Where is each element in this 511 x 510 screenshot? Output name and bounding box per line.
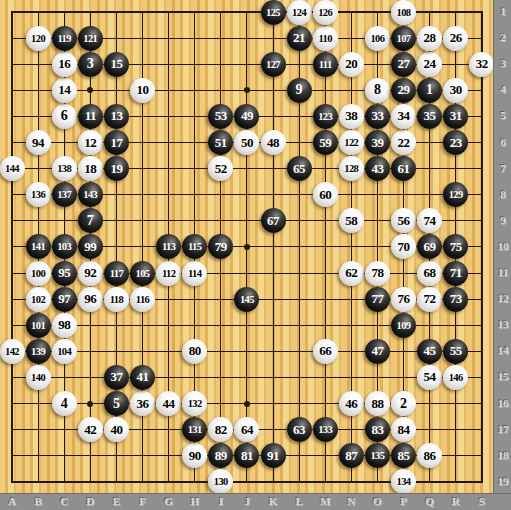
stone-J6: 50 xyxy=(234,130,259,155)
move-number: 46 xyxy=(345,396,357,412)
stone-L4: 9 xyxy=(287,78,312,103)
stone-Q10: 69 xyxy=(417,234,442,259)
move-number: 108 xyxy=(397,7,411,18)
move-number: 68 xyxy=(424,265,436,281)
stone-N9: 58 xyxy=(339,208,364,233)
move-number: 72 xyxy=(424,291,436,307)
stone-P19: 134 xyxy=(391,469,416,494)
move-number: 61 xyxy=(398,161,410,177)
move-number: 74 xyxy=(424,213,436,229)
stone-O17: 83 xyxy=(365,417,390,442)
stone-M1: 126 xyxy=(313,0,338,25)
move-number: 5 xyxy=(113,396,120,412)
col-label-E: E xyxy=(108,495,124,507)
move-number: 23 xyxy=(450,135,462,151)
stone-C10: 103 xyxy=(52,234,77,259)
move-number: 127 xyxy=(266,59,280,70)
move-number: 51 xyxy=(215,135,227,151)
move-number: 87 xyxy=(345,448,357,464)
move-number: 119 xyxy=(58,33,71,44)
move-number: 92 xyxy=(84,265,96,281)
stone-N16: 46 xyxy=(339,391,364,416)
move-number: 64 xyxy=(241,422,253,438)
stone-M2: 110 xyxy=(313,26,338,51)
move-number: 97 xyxy=(58,291,70,307)
board-surface[interactable]: 1234567891011121314151617181920212223242… xyxy=(0,0,493,493)
grid-line xyxy=(481,11,483,483)
column-coordinate-strip: ABCDEFGHIJKLMNOPQRS xyxy=(0,493,511,510)
stone-M14: 66 xyxy=(313,339,338,364)
row-label-4: 4 xyxy=(494,83,511,95)
stone-C12: 97 xyxy=(52,287,77,312)
move-number: 34 xyxy=(398,108,410,124)
stone-O5: 33 xyxy=(365,104,390,129)
stone-N5: 38 xyxy=(339,104,364,129)
move-number: 96 xyxy=(84,291,96,307)
stone-M17: 133 xyxy=(313,417,338,442)
stone-J18: 81 xyxy=(234,443,259,468)
stone-B8: 136 xyxy=(26,182,51,207)
stone-K3: 127 xyxy=(261,52,286,77)
stone-D10: 99 xyxy=(78,234,103,259)
go-kifu-diagram: 1234567891011121314151617181920212223242… xyxy=(0,0,511,510)
col-label-H: H xyxy=(187,495,203,507)
stone-R4: 30 xyxy=(443,78,468,103)
stone-I6: 51 xyxy=(208,130,233,155)
move-number: 21 xyxy=(293,30,305,46)
stone-Q12: 72 xyxy=(417,287,442,312)
move-number: 84 xyxy=(398,422,410,438)
move-number: 63 xyxy=(293,422,305,438)
stone-C11: 95 xyxy=(52,261,77,286)
move-number: 66 xyxy=(319,343,331,359)
stone-N7: 128 xyxy=(339,156,364,181)
stone-B13: 101 xyxy=(26,313,51,338)
stone-N3: 20 xyxy=(339,52,364,77)
stone-D3: 3 xyxy=(78,52,103,77)
move-number: 100 xyxy=(31,268,45,279)
star-point xyxy=(87,401,93,407)
move-number: 7 xyxy=(87,213,94,229)
stone-F15: 41 xyxy=(130,365,155,390)
move-number: 99 xyxy=(84,239,96,255)
col-label-J: J xyxy=(239,495,255,507)
move-number: 17 xyxy=(110,135,122,151)
stone-R14: 55 xyxy=(443,339,468,364)
stone-F11: 105 xyxy=(130,261,155,286)
stone-C5: 6 xyxy=(52,104,77,129)
move-number: 48 xyxy=(267,135,279,151)
stone-P5: 34 xyxy=(391,104,416,129)
move-number: 114 xyxy=(188,268,201,279)
stone-R8: 129 xyxy=(443,182,468,207)
stone-K1: 125 xyxy=(261,0,286,25)
stone-D17: 42 xyxy=(78,417,103,442)
star-point xyxy=(87,87,93,93)
row-label-16: 16 xyxy=(494,397,511,409)
move-number: 118 xyxy=(110,294,123,305)
row-label-3: 3 xyxy=(494,57,511,69)
move-number: 95 xyxy=(58,265,70,281)
move-number: 78 xyxy=(371,265,383,281)
move-number: 36 xyxy=(137,396,149,412)
row-label-18: 18 xyxy=(494,449,511,461)
row-label-14: 14 xyxy=(494,344,511,356)
move-number: 69 xyxy=(424,239,436,255)
move-number: 19 xyxy=(110,161,122,177)
stone-R2: 26 xyxy=(443,26,468,51)
stone-H17: 131 xyxy=(182,417,207,442)
move-number: 135 xyxy=(370,450,384,461)
move-number: 13 xyxy=(110,108,122,124)
col-label-C: C xyxy=(56,495,72,507)
stone-E7: 19 xyxy=(104,156,129,181)
stone-C2: 119 xyxy=(52,26,77,51)
stone-L1: 124 xyxy=(287,0,312,25)
stone-E5: 13 xyxy=(104,104,129,129)
move-number: 77 xyxy=(371,291,383,307)
stone-P17: 84 xyxy=(391,417,416,442)
stone-D6: 12 xyxy=(78,130,103,155)
move-number: 112 xyxy=(162,268,175,279)
move-number: 4 xyxy=(61,396,68,412)
stone-K9: 67 xyxy=(261,208,286,233)
stone-R10: 75 xyxy=(443,234,468,259)
row-label-5: 5 xyxy=(494,109,511,121)
stone-I7: 52 xyxy=(208,156,233,181)
move-number: 91 xyxy=(267,448,279,464)
stone-R15: 146 xyxy=(443,365,468,390)
move-number: 124 xyxy=(292,7,306,18)
stone-E16: 5 xyxy=(104,391,129,416)
grid-line xyxy=(11,351,483,352)
stone-P9: 56 xyxy=(391,208,416,233)
move-number: 32 xyxy=(476,56,488,72)
stone-L2: 21 xyxy=(287,26,312,51)
move-number: 129 xyxy=(449,189,463,200)
stone-H16: 132 xyxy=(182,391,207,416)
stone-E3: 15 xyxy=(104,52,129,77)
stone-K18: 91 xyxy=(261,443,286,468)
stone-M3: 111 xyxy=(313,52,338,77)
move-number: 103 xyxy=(57,241,71,252)
move-number: 82 xyxy=(215,422,227,438)
move-number: 53 xyxy=(215,108,227,124)
stone-D2: 121 xyxy=(78,26,103,51)
move-number: 41 xyxy=(137,369,149,385)
stone-C14: 104 xyxy=(52,339,77,364)
stone-B15: 140 xyxy=(26,365,51,390)
move-number: 47 xyxy=(371,343,383,359)
move-number: 44 xyxy=(163,396,175,412)
move-number: 136 xyxy=(31,189,45,200)
move-number: 65 xyxy=(293,161,305,177)
move-number: 111 xyxy=(319,59,332,70)
col-label-D: D xyxy=(82,495,98,507)
move-number: 71 xyxy=(450,265,462,281)
stone-D9: 7 xyxy=(78,208,103,233)
stone-O11: 78 xyxy=(365,261,390,286)
row-label-19: 19 xyxy=(494,475,511,487)
star-point xyxy=(244,401,250,407)
move-number: 6 xyxy=(61,108,68,124)
stone-O18: 135 xyxy=(365,443,390,468)
move-number: 73 xyxy=(450,291,462,307)
row-label-11: 11 xyxy=(494,266,511,278)
move-number: 30 xyxy=(450,82,462,98)
stone-B11: 100 xyxy=(26,261,51,286)
stone-G16: 44 xyxy=(156,391,181,416)
row-label-7: 7 xyxy=(494,162,511,174)
stone-Q18: 86 xyxy=(417,443,442,468)
move-number: 56 xyxy=(398,213,410,229)
stone-I17: 82 xyxy=(208,417,233,442)
stone-Q2: 28 xyxy=(417,26,442,51)
move-number: 49 xyxy=(241,108,253,124)
move-number: 11 xyxy=(85,108,96,124)
stone-M5: 123 xyxy=(313,104,338,129)
col-label-N: N xyxy=(343,495,359,507)
col-label-R: R xyxy=(448,495,464,507)
stone-L17: 63 xyxy=(287,417,312,442)
move-number: 42 xyxy=(84,422,96,438)
move-number: 22 xyxy=(398,135,410,151)
stone-I18: 89 xyxy=(208,443,233,468)
move-number: 12 xyxy=(84,135,96,151)
move-number: 33 xyxy=(371,108,383,124)
row-label-6: 6 xyxy=(494,136,511,148)
move-number: 37 xyxy=(110,369,122,385)
stone-D8: 143 xyxy=(78,182,103,207)
move-number: 121 xyxy=(83,33,97,44)
move-number: 40 xyxy=(110,422,122,438)
stone-O7: 43 xyxy=(365,156,390,181)
stone-J12: 145 xyxy=(234,287,259,312)
move-number: 15 xyxy=(110,56,122,72)
col-label-M: M xyxy=(317,495,333,507)
grid-line xyxy=(11,377,483,378)
move-number: 123 xyxy=(318,111,332,122)
stone-B10: 141 xyxy=(26,234,51,259)
move-number: 81 xyxy=(241,448,253,464)
stone-H18: 90 xyxy=(182,443,207,468)
stone-M8: 60 xyxy=(313,182,338,207)
move-number: 26 xyxy=(450,30,462,46)
stone-P3: 27 xyxy=(391,52,416,77)
stone-Q11: 68 xyxy=(417,261,442,286)
stone-B2: 120 xyxy=(26,26,51,51)
stone-R6: 23 xyxy=(443,130,468,155)
move-number: 58 xyxy=(345,213,357,229)
move-number: 110 xyxy=(319,33,332,44)
move-number: 145 xyxy=(240,294,254,305)
stone-B6: 94 xyxy=(26,130,51,155)
move-number: 59 xyxy=(319,135,331,151)
stone-O2: 106 xyxy=(365,26,390,51)
col-label-Q: Q xyxy=(422,495,438,507)
stone-Q5: 35 xyxy=(417,104,442,129)
stone-P2: 107 xyxy=(391,26,416,51)
stone-Q9: 74 xyxy=(417,208,442,233)
stone-A14: 142 xyxy=(0,339,25,364)
move-number: 102 xyxy=(31,294,45,305)
grid-line xyxy=(325,11,326,483)
col-label-S: S xyxy=(474,495,490,507)
stone-G10: 113 xyxy=(156,234,181,259)
stone-K6: 48 xyxy=(261,130,286,155)
stone-S3: 32 xyxy=(469,52,494,77)
stone-M6: 59 xyxy=(313,130,338,155)
move-number: 132 xyxy=(188,398,202,409)
stone-H11: 114 xyxy=(182,261,207,286)
stone-C16: 4 xyxy=(52,391,77,416)
stone-N11: 62 xyxy=(339,261,364,286)
move-number: 38 xyxy=(345,108,357,124)
move-number: 8 xyxy=(374,82,381,98)
col-label-A: A xyxy=(4,495,20,507)
stone-Q4: 1 xyxy=(417,78,442,103)
move-number: 20 xyxy=(345,56,357,72)
stone-C7: 138 xyxy=(52,156,77,181)
stone-P10: 70 xyxy=(391,234,416,259)
row-label-15: 15 xyxy=(494,370,511,382)
stone-P13: 109 xyxy=(391,313,416,338)
col-label-G: G xyxy=(161,495,177,507)
move-number: 131 xyxy=(188,424,202,435)
col-label-L: L xyxy=(291,495,307,507)
move-number: 137 xyxy=(57,189,71,200)
stone-C8: 137 xyxy=(52,182,77,207)
stone-J17: 64 xyxy=(234,417,259,442)
stone-R12: 73 xyxy=(443,287,468,312)
stone-I10: 79 xyxy=(208,234,233,259)
move-number: 125 xyxy=(266,7,280,18)
stone-H10: 115 xyxy=(182,234,207,259)
stone-Q14: 45 xyxy=(417,339,442,364)
move-number: 122 xyxy=(344,137,358,148)
move-number: 43 xyxy=(371,161,383,177)
stone-P6: 22 xyxy=(391,130,416,155)
stone-L7: 65 xyxy=(287,156,312,181)
move-number: 143 xyxy=(83,189,97,200)
row-label-1: 1 xyxy=(494,5,511,17)
move-number: 126 xyxy=(318,7,332,18)
move-number: 80 xyxy=(189,343,201,359)
move-number: 107 xyxy=(397,33,411,44)
stone-N18: 87 xyxy=(339,443,364,468)
move-number: 52 xyxy=(215,161,227,177)
move-number: 75 xyxy=(450,239,462,255)
move-number: 14 xyxy=(58,82,70,98)
move-number: 10 xyxy=(137,82,149,98)
move-number: 67 xyxy=(267,213,279,229)
move-number: 86 xyxy=(424,448,436,464)
stone-P1: 108 xyxy=(391,0,416,25)
stone-F16: 36 xyxy=(130,391,155,416)
move-number: 29 xyxy=(398,82,410,98)
stone-D7: 18 xyxy=(78,156,103,181)
move-number: 134 xyxy=(397,476,411,487)
stone-P18: 85 xyxy=(391,443,416,468)
move-number: 55 xyxy=(450,343,462,359)
move-number: 50 xyxy=(241,135,253,151)
stone-O4: 8 xyxy=(365,78,390,103)
move-number: 109 xyxy=(397,320,411,331)
stone-A7: 144 xyxy=(0,156,25,181)
stone-Q3: 24 xyxy=(417,52,442,77)
move-number: 1 xyxy=(426,82,433,98)
move-number: 2 xyxy=(400,396,407,412)
move-number: 130 xyxy=(214,476,228,487)
move-number: 27 xyxy=(398,56,410,72)
stone-F4: 10 xyxy=(130,78,155,103)
move-number: 60 xyxy=(319,187,331,203)
stone-D12: 96 xyxy=(78,287,103,312)
move-number: 105 xyxy=(136,268,150,279)
move-number: 54 xyxy=(424,369,436,385)
star-point xyxy=(244,87,250,93)
row-label-13: 13 xyxy=(494,318,511,330)
stone-B12: 102 xyxy=(26,287,51,312)
stone-H14: 80 xyxy=(182,339,207,364)
move-number: 9 xyxy=(296,82,303,98)
col-label-F: F xyxy=(135,495,151,507)
stone-O16: 88 xyxy=(365,391,390,416)
move-number: 3 xyxy=(87,56,94,72)
move-number: 113 xyxy=(162,241,175,252)
stone-P7: 61 xyxy=(391,156,416,181)
move-number: 120 xyxy=(31,33,45,44)
row-coordinate-strip: 12345678910111213141516171819 xyxy=(493,0,511,493)
move-number: 18 xyxy=(84,161,96,177)
stone-P16: 2 xyxy=(391,391,416,416)
move-number: 144 xyxy=(5,163,19,174)
stone-E11: 117 xyxy=(104,261,129,286)
move-number: 76 xyxy=(398,291,410,307)
move-number: 140 xyxy=(31,372,45,383)
stone-C3: 16 xyxy=(52,52,77,77)
move-number: 101 xyxy=(31,320,45,331)
stone-B14: 139 xyxy=(26,339,51,364)
move-number: 39 xyxy=(371,135,383,151)
stone-E6: 17 xyxy=(104,130,129,155)
move-number: 141 xyxy=(31,241,45,252)
stone-C4: 14 xyxy=(52,78,77,103)
move-number: 88 xyxy=(371,396,383,412)
col-label-K: K xyxy=(265,495,281,507)
stone-P4: 29 xyxy=(391,78,416,103)
move-number: 115 xyxy=(188,241,201,252)
move-number: 94 xyxy=(32,135,44,151)
stone-E12: 118 xyxy=(104,287,129,312)
stone-F12: 116 xyxy=(130,287,155,312)
move-number: 104 xyxy=(57,346,71,357)
move-number: 16 xyxy=(58,56,70,72)
move-number: 83 xyxy=(371,422,383,438)
col-label-I: I xyxy=(213,495,229,507)
move-number: 62 xyxy=(345,265,357,281)
stone-J5: 49 xyxy=(234,104,259,129)
row-label-8: 8 xyxy=(494,188,511,200)
stone-O12: 77 xyxy=(365,287,390,312)
stone-O14: 47 xyxy=(365,339,390,364)
stone-D11: 92 xyxy=(78,261,103,286)
stone-D5: 11 xyxy=(78,104,103,129)
stone-C13: 98 xyxy=(52,313,77,338)
move-number: 35 xyxy=(424,108,436,124)
move-number: 85 xyxy=(398,448,410,464)
move-number: 142 xyxy=(5,346,19,357)
